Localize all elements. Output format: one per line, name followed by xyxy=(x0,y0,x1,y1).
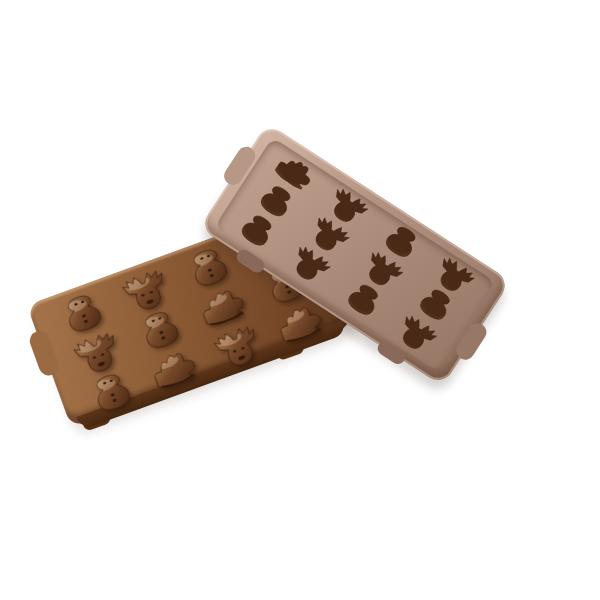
photo-canvas xyxy=(0,0,600,600)
